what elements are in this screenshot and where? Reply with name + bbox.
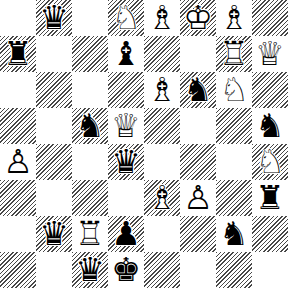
square-a1[interactable] [0, 252, 36, 288]
square-b7[interactable] [36, 36, 72, 72]
square-f8[interactable]: ♚♔ [180, 0, 216, 36]
white-king-piece: ♔ [180, 0, 216, 36]
square-a5[interactable] [0, 108, 36, 144]
square-c6[interactable] [72, 72, 108, 108]
square-g4[interactable] [216, 144, 252, 180]
square-e1[interactable] [144, 252, 180, 288]
square-h3[interactable]: ♜♜ [252, 180, 288, 216]
white-bishop-piece: ♗ [144, 180, 180, 216]
black-knight-piece: ♞ [216, 216, 252, 252]
black-queen-base: ♛ [72, 252, 108, 288]
square-f5[interactable] [180, 108, 216, 144]
black-queen-base: ♛ [36, 216, 72, 252]
white-bishop-piece: ♗ [144, 0, 180, 36]
square-h6[interactable] [252, 72, 288, 108]
square-e7[interactable] [144, 36, 180, 72]
square-d4[interactable]: ♛♛ [108, 144, 144, 180]
white-bishop-base: ♝ [144, 180, 180, 216]
square-c3[interactable] [72, 180, 108, 216]
square-c4[interactable] [72, 144, 108, 180]
black-knight-base: ♞ [252, 108, 288, 144]
square-d3[interactable] [108, 180, 144, 216]
black-queen-piece: ♛ [36, 216, 72, 252]
square-b1[interactable] [36, 252, 72, 288]
square-e2[interactable] [144, 216, 180, 252]
white-knight-base: ♞ [252, 144, 288, 180]
square-d6[interactable] [108, 72, 144, 108]
white-queen-base: ♛ [108, 108, 144, 144]
square-f7[interactable] [180, 36, 216, 72]
square-a6[interactable] [0, 72, 36, 108]
black-queen-piece: ♛ [36, 0, 72, 36]
square-g6[interactable]: ♞♘ [216, 72, 252, 108]
square-g7[interactable]: ♜♖ [216, 36, 252, 72]
square-c2[interactable]: ♜♖ [72, 216, 108, 252]
square-b8[interactable]: ♛♛ [36, 0, 72, 36]
black-queen-piece: ♛ [72, 252, 108, 288]
square-g5[interactable] [216, 108, 252, 144]
black-pawn-base: ♟ [108, 216, 144, 252]
square-d7[interactable]: ♝♝ [108, 36, 144, 72]
black-queen-base: ♛ [108, 144, 144, 180]
black-rook-base: ♜ [252, 180, 288, 216]
chess-board: ♛♛♞♘♝♗♚♔♝♗♜♜♝♝♜♖♛♕♝♗♞♞♞♘♞♞♛♕♞♞♟♙♛♛♞♘♝♗♟♙… [0, 0, 288, 288]
black-knight-base: ♞ [216, 216, 252, 252]
square-f2[interactable] [180, 216, 216, 252]
square-h1[interactable] [252, 252, 288, 288]
white-bishop-base: ♝ [144, 0, 180, 36]
white-bishop-base: ♝ [216, 0, 252, 36]
black-queen-piece: ♛ [108, 144, 144, 180]
black-knight-piece: ♞ [180, 72, 216, 108]
square-c5[interactable]: ♞♞ [72, 108, 108, 144]
square-b3[interactable] [36, 180, 72, 216]
square-e4[interactable] [144, 144, 180, 180]
square-d8[interactable]: ♞♘ [108, 0, 144, 36]
square-c1[interactable]: ♛♛ [72, 252, 108, 288]
black-king-piece: ♚ [108, 252, 144, 288]
square-c7[interactable] [72, 36, 108, 72]
square-f3[interactable]: ♟♙ [180, 180, 216, 216]
black-rook-piece: ♜ [252, 180, 288, 216]
white-bishop-base: ♝ [144, 72, 180, 108]
black-knight-base: ♞ [180, 72, 216, 108]
square-h4[interactable]: ♞♘ [252, 144, 288, 180]
black-king-base: ♚ [108, 252, 144, 288]
square-h7[interactable]: ♛♕ [252, 36, 288, 72]
square-c8[interactable] [72, 0, 108, 36]
white-knight-piece: ♘ [108, 0, 144, 36]
white-knight-piece: ♘ [216, 72, 252, 108]
white-knight-base: ♞ [108, 0, 144, 36]
black-bishop-piece: ♝ [108, 36, 144, 72]
square-b4[interactable] [36, 144, 72, 180]
square-a3[interactable] [0, 180, 36, 216]
white-pawn-base: ♟ [180, 180, 216, 216]
square-e3[interactable]: ♝♗ [144, 180, 180, 216]
white-queen-piece: ♕ [108, 108, 144, 144]
square-h8[interactable] [252, 0, 288, 36]
white-rook-base: ♜ [216, 36, 252, 72]
square-h2[interactable] [252, 216, 288, 252]
white-rook-piece: ♖ [72, 216, 108, 252]
square-e5[interactable] [144, 108, 180, 144]
white-pawn-base: ♟ [0, 144, 36, 180]
square-f6[interactable]: ♞♞ [180, 72, 216, 108]
square-g8[interactable]: ♝♗ [216, 0, 252, 36]
square-a8[interactable] [0, 0, 36, 36]
black-pawn-piece: ♟ [108, 216, 144, 252]
square-e8[interactable]: ♝♗ [144, 0, 180, 36]
square-d5[interactable]: ♛♕ [108, 108, 144, 144]
black-knight-piece: ♞ [252, 108, 288, 144]
square-a7[interactable]: ♜♜ [0, 36, 36, 72]
square-d2[interactable]: ♟♟ [108, 216, 144, 252]
square-g3[interactable] [216, 180, 252, 216]
white-rook-base: ♜ [72, 216, 108, 252]
square-e6[interactable]: ♝♗ [144, 72, 180, 108]
black-knight-base: ♞ [72, 108, 108, 144]
white-knight-piece: ♘ [252, 144, 288, 180]
square-b5[interactable] [36, 108, 72, 144]
black-knight-piece: ♞ [72, 108, 108, 144]
square-h5[interactable]: ♞♞ [252, 108, 288, 144]
white-queen-piece: ♕ [252, 36, 288, 72]
black-rook-base: ♜ [0, 36, 36, 72]
white-bishop-piece: ♗ [144, 72, 180, 108]
white-knight-base: ♞ [216, 72, 252, 108]
square-f4[interactable] [180, 144, 216, 180]
square-b2[interactable]: ♛♛ [36, 216, 72, 252]
square-b6[interactable] [36, 72, 72, 108]
white-pawn-piece: ♙ [0, 144, 36, 180]
square-a4[interactable]: ♟♙ [0, 144, 36, 180]
black-queen-base: ♛ [36, 0, 72, 36]
square-a2[interactable] [0, 216, 36, 252]
square-d1[interactable]: ♚♚ [108, 252, 144, 288]
white-bishop-piece: ♗ [216, 0, 252, 36]
white-queen-base: ♛ [252, 36, 288, 72]
square-g1[interactable] [216, 252, 252, 288]
white-rook-piece: ♖ [216, 36, 252, 72]
white-king-base: ♚ [180, 0, 216, 36]
black-rook-piece: ♜ [0, 36, 36, 72]
black-bishop-base: ♝ [108, 36, 144, 72]
square-g2[interactable]: ♞♞ [216, 216, 252, 252]
square-f1[interactable] [180, 252, 216, 288]
white-pawn-piece: ♙ [180, 180, 216, 216]
